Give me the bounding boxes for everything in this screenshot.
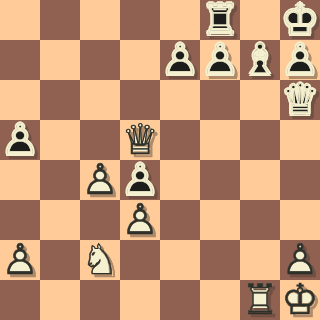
square-d7[interactable] — [120, 40, 160, 80]
white-pawn[interactable]: ♟♙ — [80, 160, 120, 200]
white-knight-fill-glyph: ♞ — [81, 239, 119, 281]
black-pawn[interactable]: ♟♙ — [0, 120, 40, 160]
black-bishop[interactable]: ♝♗ — [240, 40, 280, 80]
square-c8[interactable] — [80, 0, 120, 40]
black-pawn[interactable]: ♟♙ — [160, 40, 200, 80]
square-c2[interactable]: ♞♘ — [80, 240, 120, 280]
square-e6[interactable] — [160, 80, 200, 120]
white-pawn-fill-glyph: ♟ — [281, 239, 319, 281]
black-pawn-outline-glyph: ♙ — [281, 39, 319, 81]
square-d6[interactable] — [120, 80, 160, 120]
square-b8[interactable] — [40, 0, 80, 40]
square-b7[interactable] — [40, 40, 80, 80]
square-h1[interactable]: ♚♔ — [280, 280, 320, 320]
square-d5[interactable]: ♛♕ — [120, 120, 160, 160]
square-f7[interactable]: ♟♙ — [200, 40, 240, 80]
black-queen[interactable]: ♛♕ — [280, 80, 320, 120]
white-pawn[interactable]: ♟♙ — [120, 200, 160, 240]
black-pawn-fill-glyph: ♟ — [161, 39, 199, 81]
white-pawn[interactable]: ♟♙ — [280, 240, 320, 280]
square-c4[interactable]: ♟♙ — [80, 160, 120, 200]
square-g1[interactable]: ♜♖ — [240, 280, 280, 320]
black-pawn[interactable]: ♟♙ — [120, 160, 160, 200]
white-pawn-outline-glyph: ♙ — [81, 159, 119, 201]
black-pawn-outline-glyph: ♙ — [201, 39, 239, 81]
square-e4[interactable] — [160, 160, 200, 200]
white-queen-fill-glyph: ♛ — [121, 119, 159, 161]
square-b3[interactable] — [40, 200, 80, 240]
square-a3[interactable] — [0, 200, 40, 240]
white-pawn-fill-glyph: ♟ — [1, 239, 39, 281]
square-f6[interactable] — [200, 80, 240, 120]
white-pawn[interactable]: ♟♙ — [0, 240, 40, 280]
black-rook[interactable]: ♜♖ — [200, 0, 240, 40]
square-f3[interactable] — [200, 200, 240, 240]
white-king[interactable]: ♚♔ — [280, 280, 320, 320]
square-b1[interactable] — [40, 280, 80, 320]
white-king-outline-glyph: ♔ — [281, 279, 319, 320]
square-c6[interactable] — [80, 80, 120, 120]
square-f2[interactable] — [200, 240, 240, 280]
white-pawn-outline-glyph: ♙ — [1, 239, 39, 281]
square-c5[interactable] — [80, 120, 120, 160]
square-g8[interactable] — [240, 0, 280, 40]
white-rook[interactable]: ♜♖ — [240, 280, 280, 320]
white-pawn-fill-glyph: ♟ — [121, 199, 159, 241]
square-g2[interactable] — [240, 240, 280, 280]
white-pawn-fill-glyph: ♟ — [81, 159, 119, 201]
black-pawn-outline-glyph: ♙ — [121, 159, 159, 201]
square-g7[interactable]: ♝♗ — [240, 40, 280, 80]
white-queen-outline-glyph: ♕ — [121, 119, 159, 161]
black-pawn-fill-glyph: ♟ — [1, 119, 39, 161]
square-h8[interactable]: ♚♔ — [280, 0, 320, 40]
square-h6[interactable]: ♛♕ — [280, 80, 320, 120]
white-knight-outline-glyph: ♘ — [81, 239, 119, 281]
square-d3[interactable]: ♟♙ — [120, 200, 160, 240]
square-d4[interactable]: ♟♙ — [120, 160, 160, 200]
square-e8[interactable] — [160, 0, 200, 40]
white-pawn-outline-glyph: ♙ — [121, 199, 159, 241]
square-b5[interactable] — [40, 120, 80, 160]
square-b4[interactable] — [40, 160, 80, 200]
square-b6[interactable] — [40, 80, 80, 120]
black-rook-outline-glyph: ♖ — [201, 0, 239, 41]
black-king-fill-glyph: ♚ — [281, 0, 319, 41]
square-g6[interactable] — [240, 80, 280, 120]
square-e1[interactable] — [160, 280, 200, 320]
square-h2[interactable]: ♟♙ — [280, 240, 320, 280]
black-queen-outline-glyph: ♕ — [281, 79, 319, 121]
square-f8[interactable]: ♜♖ — [200, 0, 240, 40]
square-h3[interactable] — [280, 200, 320, 240]
square-e2[interactable] — [160, 240, 200, 280]
square-e7[interactable]: ♟♙ — [160, 40, 200, 80]
square-e5[interactable] — [160, 120, 200, 160]
square-d1[interactable] — [120, 280, 160, 320]
square-b2[interactable] — [40, 240, 80, 280]
white-rook-outline-glyph: ♖ — [241, 279, 279, 320]
square-d2[interactable] — [120, 240, 160, 280]
black-pawn-fill-glyph: ♟ — [281, 39, 319, 81]
square-h7[interactable]: ♟♙ — [280, 40, 320, 80]
black-rook-fill-glyph: ♜ — [201, 0, 239, 41]
black-king-outline-glyph: ♔ — [281, 0, 319, 41]
square-c3[interactable] — [80, 200, 120, 240]
square-c1[interactable] — [80, 280, 120, 320]
square-a8[interactable] — [0, 0, 40, 40]
square-a6[interactable] — [0, 80, 40, 120]
square-g4[interactable] — [240, 160, 280, 200]
black-pawn-fill-glyph: ♟ — [121, 159, 159, 201]
white-king-fill-glyph: ♚ — [281, 279, 319, 320]
square-g5[interactable] — [240, 120, 280, 160]
square-c7[interactable] — [80, 40, 120, 80]
square-e3[interactable] — [160, 200, 200, 240]
square-f5[interactable] — [200, 120, 240, 160]
square-a5[interactable]: ♟♙ — [0, 120, 40, 160]
black-bishop-outline-glyph: ♗ — [241, 39, 279, 81]
square-a1[interactable] — [0, 280, 40, 320]
black-pawn[interactable]: ♟♙ — [280, 40, 320, 80]
square-h5[interactable] — [280, 120, 320, 160]
white-pawn-outline-glyph: ♙ — [281, 239, 319, 281]
black-queen-fill-glyph: ♛ — [281, 79, 319, 121]
black-pawn-outline-glyph: ♙ — [161, 39, 199, 81]
square-a4[interactable] — [0, 160, 40, 200]
black-pawn[interactable]: ♟♙ — [200, 40, 240, 80]
black-pawn-fill-glyph: ♟ — [201, 39, 239, 81]
black-bishop-fill-glyph: ♝ — [241, 39, 279, 81]
square-d8[interactable] — [120, 0, 160, 40]
square-h4[interactable] — [280, 160, 320, 200]
white-knight[interactable]: ♞♘ — [80, 240, 120, 280]
square-a2[interactable]: ♟♙ — [0, 240, 40, 280]
white-queen[interactable]: ♛♕ — [120, 120, 160, 160]
square-g3[interactable] — [240, 200, 280, 240]
square-f1[interactable] — [200, 280, 240, 320]
chess-board: ♜♖♚♔♟♙♟♙♝♗♟♙♛♕♟♙♛♕♟♙♟♙♟♙♟♙♞♘♟♙♜♖♚♔ — [0, 0, 320, 320]
square-a7[interactable] — [0, 40, 40, 80]
black-pawn-outline-glyph: ♙ — [1, 119, 39, 161]
white-rook-fill-glyph: ♜ — [241, 279, 279, 320]
square-f4[interactable] — [200, 160, 240, 200]
black-king[interactable]: ♚♔ — [280, 0, 320, 40]
